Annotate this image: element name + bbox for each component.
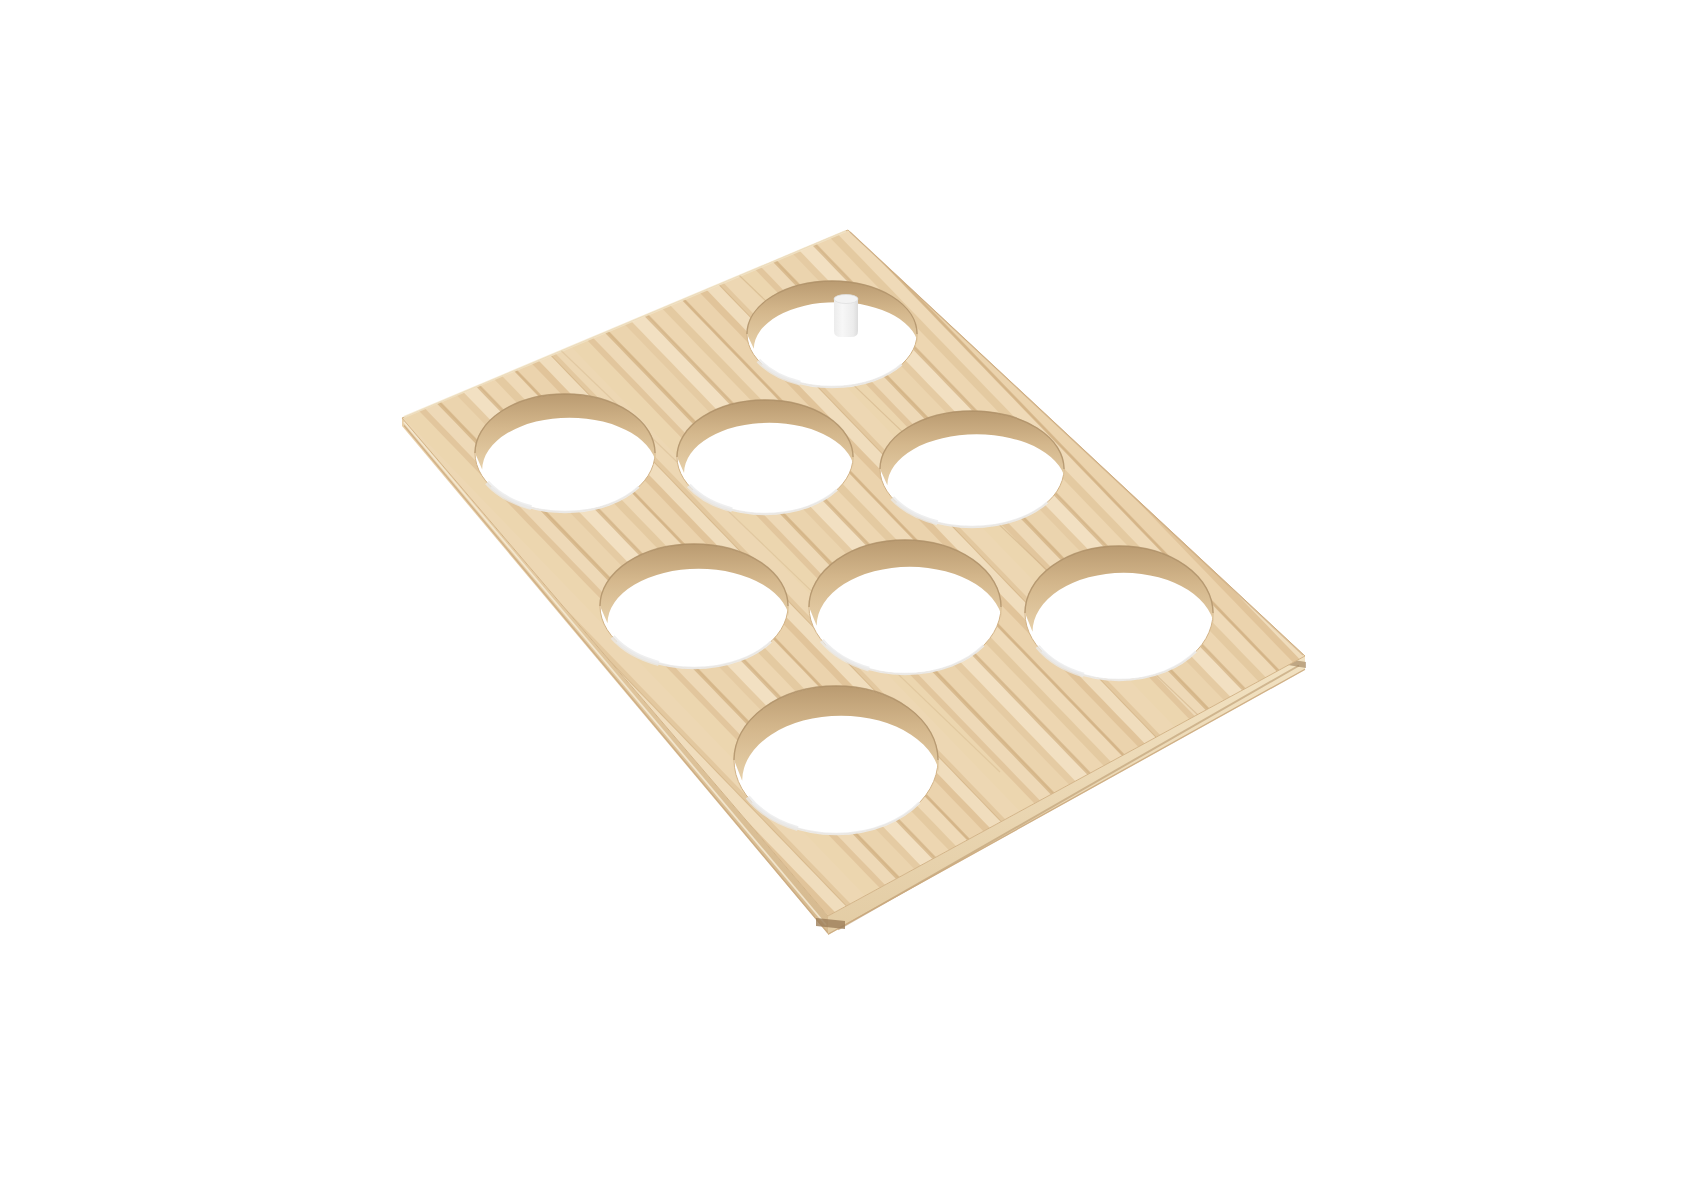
peg <box>834 300 858 337</box>
wooden-rack-board-render <box>0 0 1697 1200</box>
peg-cap <box>834 295 858 304</box>
product-render-stage <box>0 0 1697 1200</box>
